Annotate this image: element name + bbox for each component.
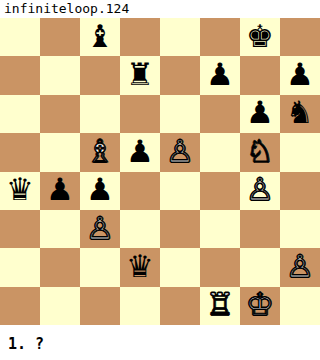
square-f1[interactable]: ♖	[200, 287, 240, 325]
white-knight: ♘	[246, 136, 274, 167]
chess-puzzle-page: infiniteloop.124 ♝♚♜♟♟♟♞♗♟♙♘♛♟♟♙♙♛♙♖♔ 1.…	[0, 0, 320, 360]
white-pawn: ♙	[166, 136, 194, 167]
square-b6[interactable]	[40, 95, 80, 133]
square-a6[interactable]	[0, 95, 40, 133]
black-king: ♚	[246, 21, 274, 52]
square-a4[interactable]: ♛	[0, 172, 40, 210]
square-d1[interactable]	[120, 287, 160, 325]
square-f2[interactable]	[200, 248, 240, 286]
square-h6[interactable]: ♞	[280, 95, 320, 133]
white-rook: ♖	[206, 289, 234, 320]
white-pawn: ♙	[246, 174, 274, 205]
black-pawn: ♟	[126, 136, 154, 167]
square-d4[interactable]	[120, 172, 160, 210]
square-c3[interactable]: ♙	[80, 210, 120, 248]
square-c7[interactable]	[80, 56, 120, 94]
square-f7[interactable]: ♟	[200, 56, 240, 94]
square-c8[interactable]: ♝	[80, 18, 120, 56]
square-a2[interactable]	[0, 248, 40, 286]
square-g6[interactable]: ♟	[240, 95, 280, 133]
black-pawn: ♟	[206, 59, 234, 90]
square-b3[interactable]	[40, 210, 80, 248]
square-h1[interactable]	[280, 287, 320, 325]
square-e8[interactable]	[160, 18, 200, 56]
square-d7[interactable]: ♜	[120, 56, 160, 94]
square-e5[interactable]: ♙	[160, 133, 200, 171]
square-e3[interactable]	[160, 210, 200, 248]
black-queen: ♛	[6, 174, 34, 205]
square-a1[interactable]	[0, 287, 40, 325]
square-d8[interactable]	[120, 18, 160, 56]
black-rook: ♜	[126, 59, 154, 90]
square-e2[interactable]	[160, 248, 200, 286]
chess-board: ♝♚♜♟♟♟♞♗♟♙♘♛♟♟♙♙♛♙♖♔	[0, 18, 320, 325]
square-h2[interactable]: ♙	[280, 248, 320, 286]
white-king: ♔	[246, 289, 274, 320]
white-bishop: ♗	[86, 136, 114, 167]
square-b1[interactable]	[40, 287, 80, 325]
square-h7[interactable]: ♟	[280, 56, 320, 94]
black-pawn: ♟	[46, 174, 74, 205]
square-g4[interactable]: ♙	[240, 172, 280, 210]
square-c4[interactable]: ♟	[80, 172, 120, 210]
square-b7[interactable]	[40, 56, 80, 94]
square-b2[interactable]	[40, 248, 80, 286]
square-b5[interactable]	[40, 133, 80, 171]
square-b4[interactable]: ♟	[40, 172, 80, 210]
square-h5[interactable]	[280, 133, 320, 171]
square-h8[interactable]	[280, 18, 320, 56]
square-f5[interactable]	[200, 133, 240, 171]
square-h4[interactable]	[280, 172, 320, 210]
white-pawn: ♙	[286, 251, 314, 282]
square-d6[interactable]	[120, 95, 160, 133]
black-queen: ♛	[126, 251, 154, 282]
square-g8[interactable]: ♚	[240, 18, 280, 56]
square-g2[interactable]	[240, 248, 280, 286]
black-bishop: ♝	[86, 21, 114, 52]
square-a8[interactable]	[0, 18, 40, 56]
square-a5[interactable]	[0, 133, 40, 171]
square-d5[interactable]: ♟	[120, 133, 160, 171]
move-prompt: 1. ?	[8, 335, 44, 353]
square-e7[interactable]	[160, 56, 200, 94]
square-c5[interactable]: ♗	[80, 133, 120, 171]
square-g5[interactable]: ♘	[240, 133, 280, 171]
black-pawn: ♟	[286, 59, 314, 90]
square-h3[interactable]	[280, 210, 320, 248]
square-a7[interactable]	[0, 56, 40, 94]
square-e4[interactable]	[160, 172, 200, 210]
black-pawn: ♟	[86, 174, 114, 205]
square-d3[interactable]	[120, 210, 160, 248]
square-b8[interactable]	[40, 18, 80, 56]
square-a3[interactable]	[0, 210, 40, 248]
puzzle-title: infiniteloop.124	[4, 1, 129, 17]
square-e1[interactable]	[160, 287, 200, 325]
square-g7[interactable]	[240, 56, 280, 94]
square-c1[interactable]	[80, 287, 120, 325]
black-pawn: ♟	[246, 97, 274, 128]
square-f8[interactable]	[200, 18, 240, 56]
square-c6[interactable]	[80, 95, 120, 133]
square-g1[interactable]: ♔	[240, 287, 280, 325]
square-c2[interactable]	[80, 248, 120, 286]
white-pawn: ♙	[86, 213, 114, 244]
square-f6[interactable]	[200, 95, 240, 133]
square-g3[interactable]	[240, 210, 280, 248]
square-f3[interactable]	[200, 210, 240, 248]
square-e6[interactable]	[160, 95, 200, 133]
square-f4[interactable]	[200, 172, 240, 210]
square-d2[interactable]: ♛	[120, 248, 160, 286]
black-knight: ♞	[286, 97, 314, 128]
